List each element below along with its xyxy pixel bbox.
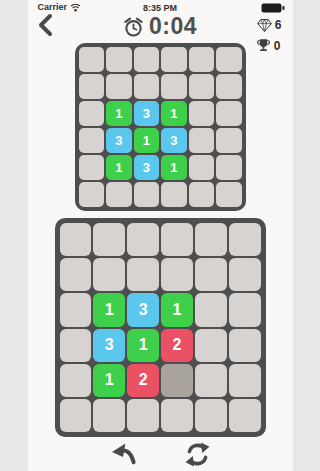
board-cell-r3c0[interactable] — [60, 329, 92, 362]
target-cell-r2c1: 1 — [106, 101, 132, 126]
target-cell-r0c5 — [216, 47, 242, 72]
board-cell-r3c4[interactable] — [195, 329, 227, 362]
target-cell-r0c2 — [134, 47, 160, 72]
board-cell-r4c4[interactable] — [195, 364, 227, 397]
target-cell-r2c3: 1 — [161, 101, 187, 126]
board-cell-r0c4[interactable] — [195, 223, 227, 256]
target-cell-r4c5 — [216, 155, 242, 180]
game-screen: Carrier 8:35 PM — [28, 0, 293, 471]
board-cell-r2c2[interactable]: 3 — [127, 293, 159, 326]
target-cell-r1c5 — [216, 74, 242, 99]
diamond-counter: 6 — [257, 18, 282, 32]
bottom-controls — [28, 437, 293, 471]
restart-icon — [185, 442, 211, 467]
board-cell-r5c0[interactable] — [60, 399, 92, 432]
board-cell-r4c3[interactable] — [161, 364, 193, 397]
target-cell-r0c1 — [106, 47, 132, 72]
board-cell-r4c2[interactable]: 2 — [127, 364, 159, 397]
clock-time: 8:35 PM — [28, 3, 293, 13]
board-cell-r2c3[interactable]: 1 — [161, 293, 193, 326]
target-cell-r1c3 — [161, 74, 187, 99]
board-cell-r4c5[interactable] — [229, 364, 261, 397]
board-cell-r0c0[interactable] — [60, 223, 92, 256]
board-cell-r4c1[interactable]: 1 — [93, 364, 125, 397]
board-cell-r5c5[interactable] — [229, 399, 261, 432]
board-cell-r5c3[interactable] — [161, 399, 193, 432]
diamond-count: 6 — [275, 18, 282, 32]
target-cell-r4c0 — [79, 155, 105, 180]
target-cell-r0c0 — [79, 47, 105, 72]
trophy-counter: 0 — [256, 38, 281, 53]
target-cell-r2c0 — [79, 101, 105, 126]
trophy-count: 0 — [274, 39, 281, 53]
board-cell-r5c1[interactable] — [93, 399, 125, 432]
board-cell-r2c5[interactable] — [229, 293, 261, 326]
board-cell-r3c3[interactable]: 2 — [161, 329, 193, 362]
board-cell-r2c1[interactable]: 1 — [93, 293, 125, 326]
board-cell-r5c4[interactable] — [195, 399, 227, 432]
target-cell-r4c1: 1 — [106, 155, 132, 180]
restart-button[interactable] — [185, 441, 211, 467]
board-cell-r2c4[interactable] — [195, 293, 227, 326]
board-cell-r1c5[interactable] — [229, 258, 261, 291]
alarm-clock-icon — [123, 16, 144, 38]
target-cell-r3c2: 1 — [134, 128, 160, 153]
board-cell-r3c2[interactable]: 1 — [127, 329, 159, 362]
target-cell-r1c0 — [79, 74, 105, 99]
board-cell-r1c3[interactable] — [161, 258, 193, 291]
target-cell-r2c2: 3 — [134, 101, 160, 126]
board-cell-r1c2[interactable] — [127, 258, 159, 291]
target-cell-r2c5 — [216, 101, 242, 126]
target-cell-r4c2: 3 — [134, 155, 160, 180]
board-cell-r3c5[interactable] — [229, 329, 261, 362]
board-cell-r1c0[interactable] — [60, 258, 92, 291]
gem-icon — [257, 19, 272, 32]
board-cell-r0c3[interactable] — [161, 223, 193, 256]
timer-value: 0:04 — [149, 13, 197, 40]
target-cell-r0c4 — [189, 47, 215, 72]
trophy-icon — [256, 38, 271, 53]
play-board-grid: 13131212 — [55, 218, 266, 437]
undo-arrow-icon — [110, 442, 136, 467]
target-cell-r5c4 — [189, 182, 215, 207]
board-cell-r4c0[interactable] — [60, 364, 92, 397]
undo-button[interactable] — [110, 441, 136, 467]
board-cell-r2c0[interactable] — [60, 293, 92, 326]
board-cell-r3c1[interactable]: 3 — [93, 329, 125, 362]
board-cell-r0c5[interactable] — [229, 223, 261, 256]
target-cell-r5c3 — [161, 182, 187, 207]
target-cell-r1c2 — [134, 74, 160, 99]
target-pattern-grid: 131313131 — [75, 43, 246, 211]
board-cell-r5c2[interactable] — [127, 399, 159, 432]
target-cell-r3c5 — [216, 128, 242, 153]
target-cell-r5c1 — [106, 182, 132, 207]
timer: 0:04 — [28, 13, 293, 40]
board-cell-r0c1[interactable] — [93, 223, 125, 256]
target-cell-r3c0 — [79, 128, 105, 153]
target-cell-r3c4 — [189, 128, 215, 153]
board-cell-r0c2[interactable] — [127, 223, 159, 256]
battery-icon — [261, 3, 285, 13]
board-cell-r1c1[interactable] — [93, 258, 125, 291]
target-cell-r4c4 — [189, 155, 215, 180]
target-cell-r0c3 — [161, 47, 187, 72]
target-cell-r1c4 — [189, 74, 215, 99]
target-cell-r3c1: 3 — [106, 128, 132, 153]
target-cell-r4c3: 1 — [161, 155, 187, 180]
board-cell-r1c4[interactable] — [195, 258, 227, 291]
target-cell-r5c0 — [79, 182, 105, 207]
target-cell-r1c1 — [106, 74, 132, 99]
target-cell-r3c3: 3 — [161, 128, 187, 153]
target-cell-r5c2 — [134, 182, 160, 207]
target-cell-r2c4 — [189, 101, 215, 126]
target-cell-r5c5 — [216, 182, 242, 207]
